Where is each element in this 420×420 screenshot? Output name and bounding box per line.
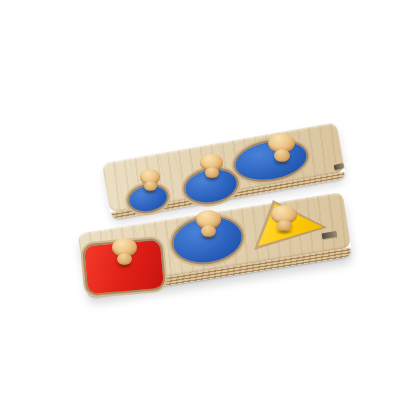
product-photo bbox=[0, 0, 420, 420]
knob-foot bbox=[144, 181, 157, 191]
knob-foot bbox=[277, 220, 292, 231]
knob-foot bbox=[274, 149, 290, 162]
knob-foot bbox=[201, 225, 216, 237]
knob-foot bbox=[117, 253, 132, 265]
knob-foot bbox=[205, 167, 219, 178]
wooden-knob-circle[interactable] bbox=[196, 210, 221, 237]
wooden-knob-square[interactable] bbox=[112, 238, 137, 265]
wooden-knob-small-circle[interactable] bbox=[140, 169, 160, 191]
wooden-knob-large-circle[interactable] bbox=[268, 133, 295, 162]
wooden-knob-triangle[interactable] bbox=[271, 205, 297, 231]
wooden-knob-medium-circle[interactable] bbox=[200, 154, 223, 178]
